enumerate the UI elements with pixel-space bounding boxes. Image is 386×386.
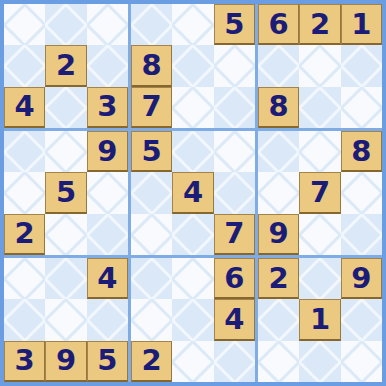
empty-cell-r6c2[interactable] <box>45 214 86 255</box>
given-cell-r6c7: 9 <box>258 214 299 255</box>
box-2-1: 952 <box>4 131 128 255</box>
empty-cell-r6c8[interactable] <box>299 214 340 255</box>
given-cell-r5c2: 5 <box>45 172 86 213</box>
given-cell-r3c3: 3 <box>87 87 128 128</box>
box-3-1: 4395 <box>4 258 128 382</box>
empty-cell-r1c1[interactable] <box>4 4 45 45</box>
empty-cell-r8c1[interactable] <box>4 299 45 340</box>
empty-cell-r8c2[interactable] <box>45 299 86 340</box>
box-1-2: 587 <box>131 4 255 128</box>
given-cell-r5c5: 4 <box>172 172 213 213</box>
empty-cell-r2c5[interactable] <box>172 45 213 86</box>
box-1-1: 243 <box>4 4 128 128</box>
empty-cell-r8c3[interactable] <box>87 299 128 340</box>
given-cell-r4c3: 9 <box>87 131 128 172</box>
empty-cell-r7c1[interactable] <box>4 258 45 299</box>
empty-cell-r5c9[interactable] <box>341 172 382 213</box>
empty-cell-r5c3[interactable] <box>87 172 128 213</box>
empty-cell-r2c9[interactable] <box>341 45 382 86</box>
empty-cell-r5c6[interactable] <box>214 172 255 213</box>
given-cell-r7c3: 4 <box>87 258 128 299</box>
given-cell-r4c9: 8 <box>341 131 382 172</box>
empty-cell-r4c6[interactable] <box>214 131 255 172</box>
given-cell-r5c8: 7 <box>299 172 340 213</box>
empty-cell-r3c2[interactable] <box>45 87 86 128</box>
empty-cell-r2c8[interactable] <box>299 45 340 86</box>
given-cell-r8c8: 1 <box>299 299 340 340</box>
given-cell-r1c7: 6 <box>258 4 299 45</box>
given-cell-r2c4: 8 <box>131 45 172 86</box>
given-cell-r7c7: 2 <box>258 258 299 299</box>
empty-cell-r6c5[interactable] <box>172 214 213 255</box>
given-cell-r1c6: 5 <box>214 4 255 45</box>
empty-cell-r4c5[interactable] <box>172 131 213 172</box>
empty-cell-r5c1[interactable] <box>4 172 45 213</box>
given-cell-r6c1: 2 <box>4 214 45 255</box>
empty-cell-r5c4[interactable] <box>131 172 172 213</box>
given-cell-r9c4: 2 <box>131 341 172 382</box>
box-2-3: 879 <box>258 131 382 255</box>
given-cell-r4c4: 5 <box>131 131 172 172</box>
given-cell-r1c8: 2 <box>299 4 340 45</box>
box-2-2: 547 <box>131 131 255 255</box>
empty-cell-r2c7[interactable] <box>258 45 299 86</box>
empty-cell-r7c4[interactable] <box>131 258 172 299</box>
given-cell-r2c2: 2 <box>45 45 86 86</box>
empty-cell-r4c7[interactable] <box>258 131 299 172</box>
empty-cell-r2c3[interactable] <box>87 45 128 86</box>
given-cell-r7c9: 9 <box>341 258 382 299</box>
empty-cell-r3c5[interactable] <box>172 87 213 128</box>
empty-cell-r1c3[interactable] <box>87 4 128 45</box>
given-cell-r7c6: 6 <box>214 258 255 299</box>
empty-cell-r4c8[interactable] <box>299 131 340 172</box>
given-cell-r3c4: 7 <box>131 87 172 128</box>
given-cell-r9c1: 3 <box>4 341 45 382</box>
empty-cell-r9c9[interactable] <box>341 341 382 382</box>
empty-cell-r4c1[interactable] <box>4 131 45 172</box>
empty-cell-r8c9[interactable] <box>341 299 382 340</box>
empty-cell-r9c8[interactable] <box>299 341 340 382</box>
empty-cell-r1c4[interactable] <box>131 4 172 45</box>
empty-cell-r9c6[interactable] <box>214 341 255 382</box>
empty-cell-r7c8[interactable] <box>299 258 340 299</box>
empty-cell-r4c2[interactable] <box>45 131 86 172</box>
given-cell-r9c2: 9 <box>45 341 86 382</box>
empty-cell-r6c4[interactable] <box>131 214 172 255</box>
empty-cell-r9c7[interactable] <box>258 341 299 382</box>
empty-cell-r1c2[interactable] <box>45 4 86 45</box>
empty-cell-r8c4[interactable] <box>131 299 172 340</box>
given-cell-r1c9: 1 <box>341 4 382 45</box>
empty-cell-r3c9[interactable] <box>341 87 382 128</box>
empty-cell-r9c5[interactable] <box>172 341 213 382</box>
empty-cell-r5c7[interactable] <box>258 172 299 213</box>
empty-cell-r6c3[interactable] <box>87 214 128 255</box>
empty-cell-r3c6[interactable] <box>214 87 255 128</box>
empty-cell-r6c9[interactable] <box>341 214 382 255</box>
box-3-2: 642 <box>131 258 255 382</box>
box-1-3: 6218 <box>258 4 382 128</box>
given-cell-r6c6: 7 <box>214 214 255 255</box>
given-cell-r9c3: 5 <box>87 341 128 382</box>
empty-cell-r2c6[interactable] <box>214 45 255 86</box>
given-cell-r3c1: 4 <box>4 87 45 128</box>
empty-cell-r7c2[interactable] <box>45 258 86 299</box>
given-cell-r3c7: 8 <box>258 87 299 128</box>
empty-cell-r1c5[interactable] <box>172 4 213 45</box>
box-3-3: 291 <box>258 258 382 382</box>
empty-cell-r8c7[interactable] <box>258 299 299 340</box>
sudoku-board: 24358762189525478794395642291 <box>0 0 386 386</box>
given-cell-r8c6: 4 <box>214 299 255 340</box>
empty-cell-r8c5[interactable] <box>172 299 213 340</box>
empty-cell-r2c1[interactable] <box>4 45 45 86</box>
empty-cell-r3c8[interactable] <box>299 87 340 128</box>
empty-cell-r7c5[interactable] <box>172 258 213 299</box>
